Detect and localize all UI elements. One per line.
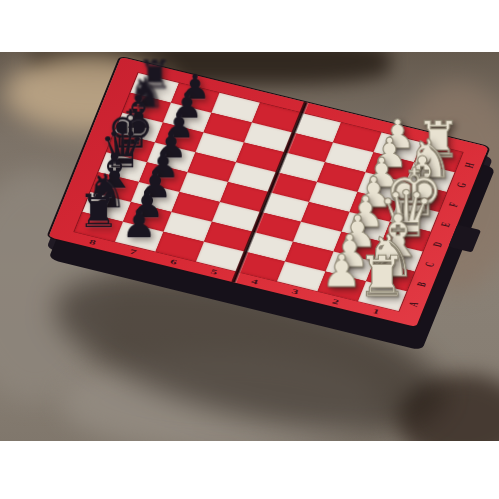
piece-white-rook-a1: ♜ [357,249,407,305]
rank-label-6: 6 [169,258,178,266]
file-label-C: C [423,261,437,268]
rank-label-8: 8 [88,238,97,246]
file-label-B: B [415,281,428,288]
file-label-A: A [407,300,421,307]
rank-label-1: 1 [372,308,381,316]
wood-floor-background: ♜♟♟♜♞♟♟♞♝♟♟♝♚♟♟♚♛♟♟♛♝♟♟♝♞♟♟♞♜♟♟♜ 8765432… [0,52,499,441]
file-label-H: H [463,161,477,168]
rank-label-2: 2 [331,298,340,306]
rank-label-7: 7 [129,248,138,256]
piece-white-pawn-a2: ♟ [321,248,361,293]
piece-black-rook-a8: ♜ [77,188,118,234]
square-a1: ♜ [358,281,407,311]
rank-label-4: 4 [250,278,259,286]
photo-of-chess-set: ♜♟♟♜♞♟♟♞♝♟♟♝♚♟♟♚♛♟♟♛♝♟♟♝♞♟♟♞♜♟♟♜ 8765432… [0,0,499,499]
rank-label-5: 5 [210,268,219,276]
rank-label-3: 3 [291,288,300,296]
piece-black-pawn-a7: ♟ [121,204,156,243]
file-label-G: G [455,181,469,188]
file-label-F: F [447,201,460,207]
